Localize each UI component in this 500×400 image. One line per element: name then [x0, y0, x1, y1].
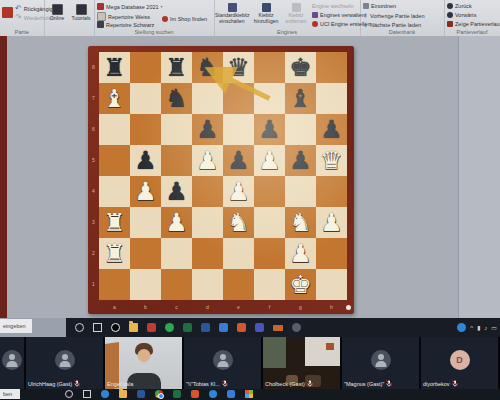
- board-squares: ♜♜♞♛♚♝♞♝♟♟♟♟♟♟♟♟♛♟♟♟♜♟♞♞♟♜♟♚: [99, 52, 347, 300]
- file-label-f: f: [254, 304, 285, 310]
- square-c7[interactable]: ♞: [161, 83, 192, 114]
- white-piece-n: ♞: [223, 207, 254, 238]
- zoom-participant-strip: UlrichHaag (Gast)Engel Vala"\\"Tobias Kl…: [0, 337, 500, 389]
- square-h4[interactable]: [316, 176, 347, 207]
- participant-tile-partial[interactable]: [0, 337, 26, 389]
- tutorials-button[interactable]: Tutorials: [69, 4, 93, 22]
- square-g2[interactable]: ♟: [285, 238, 316, 269]
- square-c8[interactable]: ♜: [161, 52, 192, 83]
- square-c3[interactable]: ♟: [161, 207, 192, 238]
- square-a6[interactable]: [99, 114, 130, 145]
- square-b4[interactable]: ♟: [130, 176, 161, 207]
- square-a8[interactable]: ♜: [99, 52, 130, 83]
- muted-mic-icon: [222, 380, 228, 387]
- square-c1[interactable]: [161, 269, 192, 300]
- avatar: [213, 350, 233, 370]
- black-piece-r: ♜: [99, 52, 130, 83]
- square-e4[interactable]: ♟: [223, 176, 254, 207]
- white-piece-p: ♟: [285, 238, 316, 269]
- file-label-a: a: [99, 304, 130, 310]
- black-piece-p: ♟: [254, 114, 285, 145]
- word-icon[interactable]: [201, 323, 210, 332]
- rank-label-1: 1: [88, 281, 99, 287]
- participant-tile-diyorbekov[interactable]: Ddiyorbekov: [421, 337, 500, 389]
- white-piece-r: ♜: [99, 207, 130, 238]
- volume-icon[interactable]: ♪: [484, 325, 487, 331]
- black-piece-p: ♟: [316, 114, 347, 145]
- square-b7[interactable]: [130, 83, 161, 114]
- white-piece-p: ♟: [130, 176, 161, 207]
- rank-label-2: 2: [88, 250, 99, 256]
- ribbon-group-engines: Standardkiebitz einschalten Kiebitz hinz…: [214, 0, 361, 36]
- online-button[interactable]: Online: [46, 4, 68, 22]
- vorherige-partie-button[interactable]: ↟ Vorherige Partie laden: [363, 12, 424, 20]
- black-piece-n: ♞: [192, 52, 223, 83]
- square-a3[interactable]: ♜: [99, 207, 130, 238]
- taskbar-lower-icons: [55, 390, 253, 398]
- group-label-engines: Engines: [214, 29, 360, 35]
- new-game-board-icon[interactable]: [2, 7, 13, 18]
- history-icon: [447, 21, 453, 27]
- rank-label-3: 3: [88, 219, 99, 225]
- square-b6[interactable]: [130, 114, 161, 145]
- ribbon-group-partie: ↶ Rückgängig ↷ Wiederholen Partie: [0, 0, 45, 36]
- participant-name: UlrichHaag (Gast): [28, 380, 80, 387]
- phone-icon: [52, 4, 63, 15]
- skype-icon[interactable]: [209, 390, 217, 398]
- repertoire-schwarz-button[interactable]: Repertoire Schwarz: [97, 21, 154, 28]
- right-panel: [458, 36, 500, 318]
- square-d2[interactable]: [192, 238, 223, 269]
- avatar: [2, 350, 22, 370]
- tray-chevron-icon[interactable]: ^: [470, 325, 473, 331]
- file-label-h: h: [316, 304, 347, 310]
- remove-kibitzer-icon: [292, 3, 301, 12]
- taskview-icon[interactable]: [83, 390, 91, 398]
- square-e5[interactable]: ♟: [223, 145, 254, 176]
- square-b5[interactable]: ♟: [130, 145, 161, 176]
- avatar: [55, 350, 75, 370]
- active-app-highlight: [273, 325, 283, 331]
- rank-labels: 87654321: [88, 52, 99, 300]
- redo-icon: ↷: [15, 14, 22, 22]
- square-f6[interactable]: ♟: [254, 114, 285, 145]
- file-label-g: g: [285, 304, 316, 310]
- square-a1[interactable]: [99, 269, 130, 300]
- next-game-icon: ↡: [363, 21, 368, 29]
- avatar: [371, 350, 391, 370]
- muted-mic-icon: [74, 380, 80, 387]
- square-d6[interactable]: ♟: [192, 114, 223, 145]
- black-piece-q: ♛: [223, 52, 254, 83]
- taskbar-upper: eingeben ^ ▮ ♪ ▭: [0, 318, 500, 337]
- shop-icon: [162, 16, 168, 22]
- file-label-c: c: [161, 304, 192, 310]
- word-icon[interactable]: [137, 390, 145, 398]
- im-shop-finden-button[interactable]: Im Shop finden: [162, 16, 207, 22]
- chessbase-window: 87654321 abcdefgh ♜♜♞♛♚♝♞♝♟♟♟♟♟♟♟♟♛♟♟♟♜♟…: [0, 36, 500, 318]
- square-h7[interactable]: [316, 83, 347, 114]
- chrome-icon[interactable]: [155, 390, 163, 398]
- square-c6[interactable]: [161, 114, 192, 145]
- square-d4[interactable]: [192, 176, 223, 207]
- taskview-icon[interactable]: [93, 323, 102, 332]
- square-g5[interactable]: ♟: [285, 145, 316, 176]
- battery-icon[interactable]: ▮: [477, 324, 480, 331]
- square-f7[interactable]: [254, 83, 285, 114]
- square-a5[interactable]: [99, 145, 130, 176]
- record-icon[interactable]: [111, 323, 120, 332]
- notation-input-fragment[interactable]: eingeben: [0, 319, 32, 333]
- file-label-e: e: [223, 304, 254, 310]
- chess-board: 87654321 abcdefgh ♜♜♞♛♚♝♞♝♟♟♟♟♟♟♟♟♛♟♟♟♜♟…: [88, 46, 354, 314]
- square-g1[interactable]: ♚: [285, 269, 316, 300]
- repertoire-weiss-button[interactable]: Repertoire Weiss: [97, 12, 150, 21]
- zurueck-button[interactable]: Zurück: [447, 3, 472, 9]
- cortana-icon[interactable]: [75, 323, 84, 332]
- teams-icon[interactable]: [255, 323, 264, 332]
- black-piece-p: ♟: [161, 176, 192, 207]
- square-b2[interactable]: [130, 238, 161, 269]
- manage-engines-icon: [312, 12, 318, 18]
- white-piece-p: ♟: [161, 207, 192, 238]
- participant-tile-magnusgast[interactable]: "Magnus (Gast)": [342, 337, 421, 389]
- square-a2[interactable]: ♜: [99, 238, 130, 269]
- square-f4[interactable]: [254, 176, 285, 207]
- square-h5[interactable]: ♛: [316, 145, 347, 176]
- square-c2[interactable]: [161, 238, 192, 269]
- square-g7[interactable]: ♝: [285, 83, 316, 114]
- square-h1[interactable]: [316, 269, 347, 300]
- sort-icon: [363, 3, 369, 9]
- square-h6[interactable]: ♟: [316, 114, 347, 145]
- square-f1[interactable]: [254, 269, 285, 300]
- file-label-b: b: [130, 304, 161, 310]
- network-icon[interactable]: ▭: [491, 324, 497, 331]
- einordnen-button[interactable]: Einordnen: [363, 3, 396, 9]
- square-d3[interactable]: [192, 207, 223, 238]
- zeige-partieverlauf-button[interactable]: Zeige Partieverlauf: [447, 21, 500, 27]
- square-g4[interactable]: [285, 176, 316, 207]
- participant-name: Cholbeck (Gast): [265, 380, 313, 387]
- white-piece-k: ♚: [285, 269, 316, 300]
- add-kibitzer-icon: [262, 3, 271, 12]
- group-label-partieverlauf: Partieverlauf: [444, 29, 500, 35]
- white-piece-b: ♝: [99, 83, 130, 114]
- muted-mic-icon: [452, 380, 458, 387]
- square-c5[interactable]: [161, 145, 192, 176]
- white-piece-q: ♛: [316, 145, 347, 176]
- search-fragment[interactable]: ben: [0, 389, 20, 399]
- dropdown-arrow-icon: ▾: [161, 4, 163, 9]
- square-e3[interactable]: ♞: [223, 207, 254, 238]
- square-d8[interactable]: ♞: [192, 52, 223, 83]
- kiebitz-entfernen-button[interactable]: Kiebitz entfernen: [282, 3, 310, 24]
- uci-engine-icon: [312, 21, 318, 27]
- square-e7[interactable]: [223, 83, 254, 114]
- square-e8[interactable]: ♛: [223, 52, 254, 83]
- rank-label-6: 6: [88, 126, 99, 132]
- white-piece-p: ♟: [254, 145, 285, 176]
- black-piece-b: ♝: [285, 83, 316, 114]
- board-corner-dot: [346, 305, 351, 310]
- square-b8[interactable]: [130, 52, 161, 83]
- white-piece-r: ♜: [99, 238, 130, 269]
- red-app-icon[interactable]: [147, 323, 156, 332]
- square-g8[interactable]: ♚: [285, 52, 316, 83]
- ribbon-group-partieverlauf: Zurück Vorwärts Zeige Partieverlauf Part…: [444, 0, 500, 36]
- powerpoint-icon[interactable]: [191, 390, 199, 398]
- muted-mic-icon: [386, 380, 392, 387]
- taskbar-upper-icons: [66, 318, 500, 337]
- square-e1[interactable]: [223, 269, 254, 300]
- square-e2[interactable]: [223, 238, 254, 269]
- group-label-stellung-suchen: Stellung suchen: [94, 29, 214, 35]
- left-bezel: [0, 36, 7, 318]
- square-a4[interactable]: [99, 176, 130, 207]
- kiebitz-hinzufuegen-button[interactable]: Kiebitz hinzufügen: [249, 3, 283, 24]
- red-book-icon: [97, 3, 104, 10]
- vorwaerts-button[interactable]: Vorwärts: [447, 12, 476, 18]
- black-piece-r: ♜: [161, 52, 192, 83]
- black-piece-p: ♟: [285, 145, 316, 176]
- windows-logo-icon[interactable]: [245, 390, 253, 398]
- grey-circle-app-icon[interactable]: [292, 323, 301, 332]
- black-piece-p: ♟: [192, 114, 223, 145]
- group-label-partie: Partie: [0, 29, 44, 35]
- participant-name: "\\"Tobias Kl...: [186, 380, 228, 387]
- forward-icon: [447, 12, 453, 18]
- white-piece-p: ♟: [192, 145, 223, 176]
- white-piece-p: ♟: [223, 176, 254, 207]
- square-c4[interactable]: ♟: [161, 176, 192, 207]
- cortana-icon[interactable]: [65, 390, 73, 398]
- square-f3[interactable]: [254, 207, 285, 238]
- prev-game-icon: ↟: [363, 12, 368, 20]
- white-piece-p: ♟: [316, 207, 347, 238]
- explorer-folder-icon[interactable]: [129, 323, 138, 332]
- square-b3[interactable]: [130, 207, 161, 238]
- taskbar-lower: ben: [0, 389, 500, 400]
- white-book-icon: [97, 12, 106, 21]
- group-label-datenbank: Datenbank: [360, 29, 444, 35]
- orange-red-app-icon[interactable]: [237, 323, 246, 332]
- mega-database-button[interactable]: Mega Database 2021 ▾: [97, 3, 163, 10]
- square-e6[interactable]: [223, 114, 254, 145]
- skype-tray-icon[interactable]: [457, 323, 466, 332]
- participant-tile-ulrichhaaggast[interactable]: UlrichHaag (Gast): [26, 337, 105, 389]
- ribbon-group-online: Online Tutorials: [44, 0, 95, 36]
- black-piece-p: ♟: [223, 145, 254, 176]
- participant-name: "Magnus (Gast)": [344, 380, 392, 387]
- square-d7[interactable]: [192, 83, 223, 114]
- undo-icon: ↶: [15, 5, 22, 13]
- explorer-folder-icon[interactable]: [119, 390, 127, 398]
- avatar: D: [450, 350, 470, 370]
- square-g6[interactable]: [285, 114, 316, 145]
- participant-tile-tobiaskl[interactable]: "\\"Tobias Kl...: [184, 337, 263, 389]
- excel-icon[interactable]: [183, 323, 192, 332]
- tablet-icon: [76, 4, 87, 15]
- square-f2[interactable]: [254, 238, 285, 269]
- white-piece-n: ♞: [285, 207, 316, 238]
- square-b1[interactable]: [130, 269, 161, 300]
- rank-label-4: 4: [88, 188, 99, 194]
- rank-label-7: 7: [88, 95, 99, 101]
- black-piece-n: ♞: [161, 83, 192, 114]
- square-f8[interactable]: [254, 52, 285, 83]
- engines-verwalten-button[interactable]: Engines verwalten: [312, 12, 365, 18]
- muted-mic-icon: [307, 380, 313, 387]
- square-d5[interactable]: ♟: [192, 145, 223, 176]
- file-label-d: d: [192, 304, 223, 310]
- rank-label-8: 8: [88, 64, 99, 70]
- participant-tile-cholbeckgast[interactable]: Cholbeck (Gast): [263, 337, 342, 389]
- naechste-partie-button[interactable]: ↡ Nächste Partie laden: [363, 21, 421, 29]
- participant-tile-engelvala[interactable]: Engel Vala: [105, 337, 184, 389]
- blue-app-icon[interactable]: [227, 390, 235, 398]
- kibitzer-monitor-icon: [228, 3, 237, 12]
- ribbon-toolbar: ↶ Rückgängig ↷ Wiederholen Partie Online…: [0, 0, 500, 37]
- black-piece-k: ♚: [285, 52, 316, 83]
- blue-app-icon[interactable]: [219, 323, 228, 332]
- excel-icon[interactable]: [173, 390, 181, 398]
- square-a7[interactable]: ♝: [99, 83, 130, 114]
- black-book-icon: [97, 21, 104, 28]
- green-circle-app-icon[interactable]: [165, 323, 174, 332]
- square-h2[interactable]: [316, 238, 347, 269]
- square-d1[interactable]: [192, 269, 223, 300]
- rank-label-5: 5: [88, 157, 99, 163]
- square-f5[interactable]: ♟: [254, 145, 285, 176]
- ribbon-group-stellung-suchen: Mega Database 2021 ▾ Repertoire Weiss Re…: [94, 0, 215, 36]
- screen-photo: { "game": "chess", "app": "ChessBase (Ge…: [0, 0, 500, 400]
- back-icon: [447, 3, 453, 9]
- ribbon-group-datenbank: Einordnen ↟ Vorherige Partie laden ↡ Näc…: [360, 0, 445, 36]
- edge-icon[interactable]: [101, 390, 109, 398]
- file-labels: abcdefgh: [99, 301, 347, 314]
- standardkiebitz-button[interactable]: Standardkiebitz einschalten: [215, 3, 249, 24]
- system-tray: ^ ▮ ♪ ▭: [457, 318, 497, 337]
- black-piece-p: ♟: [130, 145, 161, 176]
- participant-name: Engel Vala: [107, 381, 133, 387]
- square-h8[interactable]: [316, 52, 347, 83]
- participant-name: diyorbekov: [423, 380, 458, 387]
- square-h3[interactable]: ♟: [316, 207, 347, 238]
- square-g3[interactable]: ♞: [285, 207, 316, 238]
- engine-wechseln-button[interactable]: Engine wechseln: [312, 3, 354, 9]
